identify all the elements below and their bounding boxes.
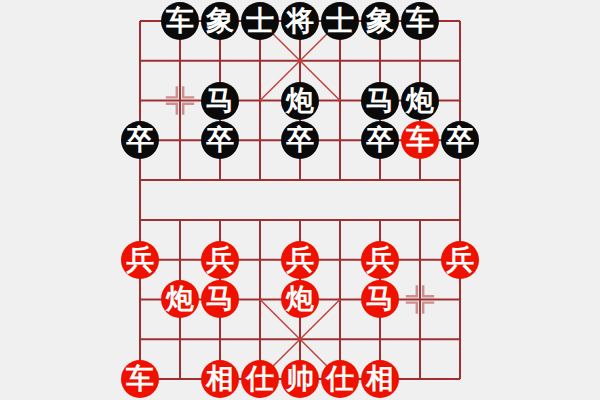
red-general[interactable]: 帅 — [281, 360, 319, 398]
red-elephant[interactable]: 相 — [361, 360, 399, 398]
last-move-marker — [183, 86, 194, 97]
red-soldier[interactable]: 兵 — [441, 241, 479, 279]
black-soldier[interactable]: 卒 — [281, 121, 319, 159]
last-move-marker — [166, 86, 177, 97]
red-chariot[interactable]: 车 — [401, 121, 439, 159]
black-general[interactable]: 将 — [281, 2, 319, 40]
black-cannon[interactable]: 炮 — [281, 82, 319, 120]
last-move-marker — [423, 285, 434, 296]
black-elephant[interactable]: 象 — [201, 2, 239, 40]
red-horse[interactable]: 马 — [361, 280, 399, 318]
board-grid — [0, 0, 600, 400]
black-advisor[interactable]: 士 — [321, 2, 359, 40]
red-soldier[interactable]: 兵 — [281, 241, 319, 279]
black-soldier[interactable]: 卒 — [121, 121, 159, 159]
red-soldier[interactable]: 兵 — [121, 241, 159, 279]
black-elephant[interactable]: 象 — [361, 2, 399, 40]
red-soldier[interactable]: 兵 — [361, 241, 399, 279]
black-soldier[interactable]: 卒 — [201, 121, 239, 159]
last-move-marker — [406, 285, 417, 296]
black-chariot[interactable]: 车 — [161, 2, 199, 40]
red-soldier[interactable]: 兵 — [201, 241, 239, 279]
xiangqi-board: 车象士将士象车马炮马炮卒卒卒卒车卒兵兵兵兵兵炮马炮马车相仕帅仕相 — [0, 0, 600, 400]
last-move-marker — [423, 303, 434, 314]
red-elephant[interactable]: 相 — [201, 360, 239, 398]
red-advisor[interactable]: 仕 — [241, 360, 279, 398]
black-horse[interactable]: 马 — [201, 82, 239, 120]
black-chariot[interactable]: 车 — [401, 2, 439, 40]
black-soldier[interactable]: 卒 — [441, 121, 479, 159]
black-cannon[interactable]: 炮 — [401, 82, 439, 120]
red-advisor[interactable]: 仕 — [321, 360, 359, 398]
black-advisor[interactable]: 士 — [241, 2, 279, 40]
red-cannon[interactable]: 炮 — [161, 280, 199, 318]
black-horse[interactable]: 马 — [361, 82, 399, 120]
last-move-marker — [406, 303, 417, 314]
red-chariot[interactable]: 车 — [121, 360, 159, 398]
black-soldier[interactable]: 卒 — [361, 121, 399, 159]
last-move-marker — [166, 104, 177, 115]
last-move-marker — [183, 104, 194, 115]
red-horse[interactable]: 马 — [201, 280, 239, 318]
red-cannon[interactable]: 炮 — [281, 280, 319, 318]
